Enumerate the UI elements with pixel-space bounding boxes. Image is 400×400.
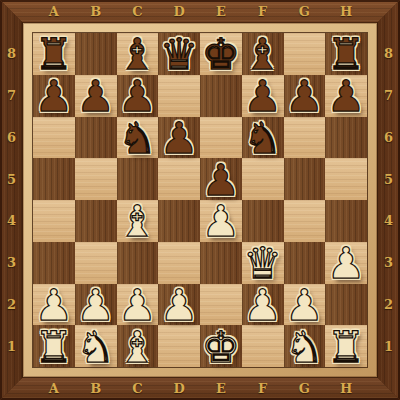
file-label-bottom-g: G (284, 377, 326, 400)
square-c7[interactable]: ♟ (117, 75, 159, 117)
file-label-top-a: A (33, 0, 75, 23)
black-bishop-c8[interactable]: ♝ (118, 33, 157, 76)
square-c1[interactable]: ♝ (117, 325, 159, 367)
rank-label-right-1: 1 (377, 325, 400, 367)
white-pawn-f2[interactable]: ♟ (243, 284, 282, 327)
square-a6[interactable] (33, 117, 75, 159)
black-knight-f6[interactable]: ♞ (243, 117, 282, 160)
file-label-top-c: C (117, 0, 159, 23)
square-g1[interactable]: ♞ (284, 325, 326, 367)
black-pawn-b7[interactable]: ♟ (76, 75, 115, 118)
square-e3[interactable] (200, 242, 242, 284)
file-label-bottom-b: B (75, 377, 117, 400)
file-labels-bottom: ABCDEFGH (33, 377, 367, 400)
square-h1[interactable]: ♜ (325, 325, 367, 367)
square-f2[interactable]: ♟ (242, 284, 284, 326)
chessboard: ♜♝♛♚♝♜♟♟♟♟♟♟♞♟♞♟♝♟♛♟♟♟♟♟♟♟♜♞♝♚♞♜ ABCDEFG… (0, 0, 400, 400)
square-a5[interactable] (33, 158, 75, 200)
square-b7[interactable]: ♟ (75, 75, 117, 117)
black-pawn-g7[interactable]: ♟ (285, 75, 324, 118)
square-g2[interactable]: ♟ (284, 284, 326, 326)
file-label-top-f: F (242, 0, 284, 23)
black-king-e8[interactable]: ♚ (202, 33, 241, 76)
square-e6[interactable] (200, 117, 242, 159)
black-knight-c6[interactable]: ♞ (118, 117, 157, 160)
white-bishop-c1[interactable]: ♝ (118, 326, 157, 369)
rank-label-right-7: 7 (377, 75, 400, 117)
black-queen-d8[interactable]: ♛ (160, 33, 199, 76)
rank-label-right-6: 6 (377, 117, 400, 159)
square-g4[interactable] (284, 200, 326, 242)
square-h6[interactable] (325, 117, 367, 159)
square-a8[interactable]: ♜ (33, 33, 75, 75)
file-label-bottom-a: A (33, 377, 75, 400)
rank-label-left-5: 5 (0, 158, 23, 200)
black-pawn-f7[interactable]: ♟ (243, 75, 282, 118)
black-pawn-d6[interactable]: ♟ (160, 117, 199, 160)
white-rook-a1[interactable]: ♜ (35, 326, 74, 369)
white-knight-g1[interactable]: ♞ (285, 326, 324, 369)
square-g5[interactable] (284, 158, 326, 200)
square-c8[interactable]: ♝ (117, 33, 159, 75)
black-rook-h8[interactable]: ♜ (327, 33, 366, 76)
square-e5[interactable]: ♟ (200, 158, 242, 200)
square-g3[interactable] (284, 242, 326, 284)
file-label-top-e: E (200, 0, 242, 23)
square-f1[interactable] (242, 325, 284, 367)
white-pawn-a2[interactable]: ♟ (35, 284, 74, 327)
square-f4[interactable] (242, 200, 284, 242)
square-d2[interactable]: ♟ (158, 284, 200, 326)
square-a4[interactable] (33, 200, 75, 242)
square-g7[interactable]: ♟ (284, 75, 326, 117)
square-h4[interactable] (325, 200, 367, 242)
file-label-top-g: G (284, 0, 326, 23)
white-rook-h1[interactable]: ♜ (327, 326, 366, 369)
rank-labels-right: 87654321 (377, 33, 400, 367)
square-b5[interactable] (75, 158, 117, 200)
black-pawn-a7[interactable]: ♟ (35, 75, 74, 118)
square-e7[interactable] (200, 75, 242, 117)
rank-label-right-3: 3 (377, 242, 400, 284)
rank-labels-left: 87654321 (0, 33, 23, 367)
file-label-top-h: H (325, 0, 367, 23)
square-f5[interactable] (242, 158, 284, 200)
square-e8[interactable]: ♚ (200, 33, 242, 75)
black-pawn-e5[interactable]: ♟ (202, 159, 241, 202)
board-frame-right (377, 0, 400, 400)
file-label-top-d: D (158, 0, 200, 23)
square-f7[interactable]: ♟ (242, 75, 284, 117)
square-d1[interactable] (158, 325, 200, 367)
rank-label-left-8: 8 (0, 33, 23, 75)
black-bishop-f8[interactable]: ♝ (243, 33, 282, 76)
board-squares: ♜♝♛♚♝♜♟♟♟♟♟♟♞♟♞♟♝♟♛♟♟♟♟♟♟♟♜♞♝♚♞♜ (33, 33, 367, 367)
white-pawn-c2[interactable]: ♟ (118, 284, 157, 327)
square-d7[interactable] (158, 75, 200, 117)
square-h8[interactable]: ♜ (325, 33, 367, 75)
square-c4[interactable]: ♝ (117, 200, 159, 242)
square-h5[interactable] (325, 158, 367, 200)
white-king-e1[interactable]: ♚ (202, 326, 241, 369)
white-bishop-c4[interactable]: ♝ (118, 200, 157, 243)
square-f3[interactable]: ♛ (242, 242, 284, 284)
rank-label-left-7: 7 (0, 75, 23, 117)
square-d3[interactable] (158, 242, 200, 284)
white-knight-b1[interactable]: ♞ (76, 326, 115, 369)
rank-label-right-5: 5 (377, 158, 400, 200)
square-b8[interactable] (75, 33, 117, 75)
square-c3[interactable] (117, 242, 159, 284)
file-label-top-b: B (75, 0, 117, 23)
square-a2[interactable]: ♟ (33, 284, 75, 326)
square-b1[interactable]: ♞ (75, 325, 117, 367)
board-frame-top (0, 0, 400, 23)
square-h2[interactable] (325, 284, 367, 326)
square-a1[interactable]: ♜ (33, 325, 75, 367)
rank-label-left-4: 4 (0, 200, 23, 242)
square-f8[interactable]: ♝ (242, 33, 284, 75)
white-pawn-h3[interactable]: ♟ (327, 242, 366, 285)
file-label-bottom-f: F (242, 377, 284, 400)
file-labels-top: ABCDEFGH (33, 0, 367, 23)
square-h7[interactable]: ♟ (325, 75, 367, 117)
square-c2[interactable]: ♟ (117, 284, 159, 326)
square-a7[interactable]: ♟ (33, 75, 75, 117)
square-d8[interactable]: ♛ (158, 33, 200, 75)
rank-label-right-2: 2 (377, 284, 400, 326)
rank-label-left-1: 1 (0, 325, 23, 367)
square-c6[interactable]: ♞ (117, 117, 159, 159)
square-a3[interactable] (33, 242, 75, 284)
file-label-bottom-c: C (117, 377, 159, 400)
file-label-bottom-d: D (158, 377, 200, 400)
white-pawn-g2[interactable]: ♟ (285, 284, 324, 327)
rank-label-right-8: 8 (377, 33, 400, 75)
file-label-bottom-e: E (200, 377, 242, 400)
board-frame-bottom (0, 377, 400, 400)
square-e2[interactable] (200, 284, 242, 326)
square-e4[interactable]: ♟ (200, 200, 242, 242)
rank-label-right-4: 4 (377, 200, 400, 242)
black-pawn-c7[interactable]: ♟ (118, 75, 157, 118)
square-e1[interactable]: ♚ (200, 325, 242, 367)
square-b4[interactable] (75, 200, 117, 242)
square-g8[interactable] (284, 33, 326, 75)
rank-label-left-3: 3 (0, 242, 23, 284)
square-f6[interactable]: ♞ (242, 117, 284, 159)
file-label-bottom-h: H (325, 377, 367, 400)
square-g6[interactable] (284, 117, 326, 159)
rank-label-left-6: 6 (0, 117, 23, 159)
square-d4[interactable] (158, 200, 200, 242)
square-h3[interactable]: ♟ (325, 242, 367, 284)
board-frame-left (0, 0, 23, 400)
black-pawn-h7[interactable]: ♟ (327, 75, 366, 118)
black-rook-a8[interactable]: ♜ (35, 33, 74, 76)
square-b2[interactable]: ♟ (75, 284, 117, 326)
square-b6[interactable] (75, 117, 117, 159)
square-c5[interactable] (117, 158, 159, 200)
white-pawn-b2[interactable]: ♟ (76, 284, 115, 327)
square-d6[interactable]: ♟ (158, 117, 200, 159)
square-d5[interactable] (158, 158, 200, 200)
white-pawn-d2[interactable]: ♟ (160, 284, 199, 327)
white-queen-f3[interactable]: ♛ (243, 242, 282, 285)
white-pawn-e4[interactable]: ♟ (202, 200, 241, 243)
square-b3[interactable] (75, 242, 117, 284)
rank-label-left-2: 2 (0, 284, 23, 326)
